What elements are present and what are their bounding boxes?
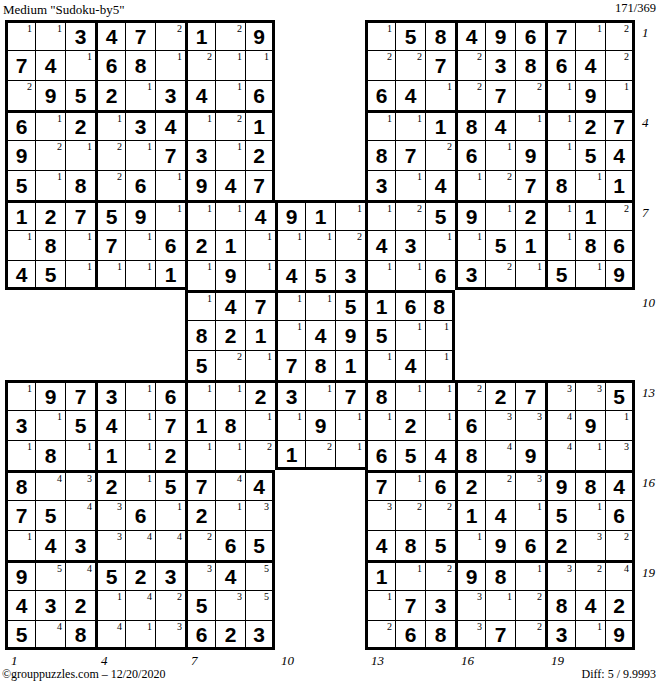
cell-r21c9[interactable]: 3 (245, 620, 275, 650)
cell-r7c17[interactable]: 1 (485, 200, 515, 230)
cell-r13c6[interactable]: 6 (155, 380, 185, 410)
cell-r19c18[interactable]: 1 (515, 560, 545, 590)
cell-r4c4[interactable]: 1 (95, 110, 125, 140)
cell-r6c5[interactable]: 6 (125, 170, 155, 200)
cell-r8c13[interactable]: 4 (365, 230, 395, 260)
cell-r18c18[interactable]: 6 (515, 530, 545, 560)
cell-r15c18[interactable]: 9 (515, 440, 545, 470)
cell-r21c21[interactable]: 9 (605, 620, 635, 650)
cell-r7c5[interactable]: 9 (125, 200, 155, 230)
cell-r12c15[interactable]: 1 (425, 350, 455, 380)
cell-r4c9[interactable]: 1 (245, 110, 275, 140)
cell-r9c19[interactable]: 5 (545, 260, 575, 290)
cell-r19c20[interactable]: 2 (575, 560, 605, 590)
cell-r4c21[interactable]: 7 (605, 110, 635, 140)
cell-r10c15[interactable]: 8 (425, 290, 455, 320)
cell-r16c19[interactable]: 9 (545, 470, 575, 500)
cell-r20c8[interactable]: 3 (215, 590, 245, 620)
cell-r8c16[interactable]: 1 (455, 230, 485, 260)
cell-r11c14[interactable]: 1 (395, 320, 425, 350)
cell-r8c15[interactable]: 1 (425, 230, 455, 260)
cell-r15c7[interactable]: 1 (185, 440, 215, 470)
cell-r6c8[interactable]: 4 (215, 170, 245, 200)
cell-r5c18[interactable]: 9 (515, 140, 545, 170)
cell-r21c6[interactable]: 3 (155, 620, 185, 650)
cell-r2c9[interactable]: 1 (245, 50, 275, 80)
cell-r9c6[interactable]: 1 (155, 260, 185, 290)
cell-r21c8[interactable]: 2 (215, 620, 245, 650)
cell-r9c18[interactable]: 1 (515, 260, 545, 290)
cell-r16c15[interactable]: 6 (425, 470, 455, 500)
cell-r21c13[interactable]: 2 (365, 620, 395, 650)
cell-r7c13[interactable]: 1 (365, 200, 395, 230)
cell-r20c3[interactable]: 2 (65, 590, 95, 620)
cell-r7c8[interactable]: 1 (215, 200, 245, 230)
cell-r9c20[interactable]: 1 (575, 260, 605, 290)
cell-r1c3[interactable]: 3 (65, 20, 95, 50)
cell-r4c15[interactable]: 1 (425, 110, 455, 140)
cell-r18c19[interactable]: 2 (545, 530, 575, 560)
cell-r18c8[interactable]: 6 (215, 530, 245, 560)
cell-r14c11[interactable]: 9 (305, 410, 335, 440)
cell-r18c16[interactable]: 1 (455, 530, 485, 560)
cell-r20c17[interactable]: 1 (485, 590, 515, 620)
cell-r13c18[interactable]: 7 (515, 380, 545, 410)
cell-r16c1[interactable]: 8 (5, 470, 35, 500)
cell-r14c16[interactable]: 6 (455, 410, 485, 440)
cell-r14c7[interactable]: 1 (185, 410, 215, 440)
cell-r8c6[interactable]: 6 (155, 230, 185, 260)
cell-r1c7[interactable]: 1 (185, 20, 215, 50)
cell-r9c10[interactable]: 4 (275, 260, 305, 290)
cell-r3c14[interactable]: 4 (395, 80, 425, 110)
cell-r15c3[interactable]: 1 (65, 440, 95, 470)
cell-r19c6[interactable]: 3 (155, 560, 185, 590)
cell-r19c3[interactable]: 4 (65, 560, 95, 590)
cell-r17c15[interactable]: 2 (425, 500, 455, 530)
cell-r9c7[interactable]: 1 (185, 260, 215, 290)
cell-r20c7[interactable]: 5 (185, 590, 215, 620)
cell-r19c9[interactable]: 5 (245, 560, 275, 590)
cell-r3c15[interactable]: 1 (425, 80, 455, 110)
cell-r9c21[interactable]: 9 (605, 260, 635, 290)
cell-r13c9[interactable]: 2 (245, 380, 275, 410)
cell-r11c11[interactable]: 4 (305, 320, 335, 350)
cell-r18c13[interactable]: 4 (365, 530, 395, 560)
cell-r5c7[interactable]: 3 (185, 140, 215, 170)
cell-r12c8[interactable]: 2 (215, 350, 245, 380)
cell-r1c20[interactable]: 1 (575, 20, 605, 50)
cell-r9c2[interactable]: 5 (35, 260, 65, 290)
cell-r17c16[interactable]: 1 (455, 500, 485, 530)
cell-r4c8[interactable]: 2 (215, 110, 245, 140)
cell-r21c4[interactable]: 4 (95, 620, 125, 650)
cell-r13c15[interactable]: 1 (425, 380, 455, 410)
cell-r6c3[interactable]: 8 (65, 170, 95, 200)
cell-r8c10[interactable]: 1 (275, 230, 305, 260)
cell-r5c19[interactable]: 1 (545, 140, 575, 170)
cell-r14c8[interactable]: 8 (215, 410, 245, 440)
cell-r2c21[interactable]: 2 (605, 50, 635, 80)
cell-r2c13[interactable]: 2 (365, 50, 395, 80)
cell-r17c7[interactable]: 2 (185, 500, 215, 530)
cell-r14c13[interactable]: 1 (365, 410, 395, 440)
cell-r14c3[interactable]: 5 (65, 410, 95, 440)
cell-r8c12[interactable]: 2 (335, 230, 365, 260)
cell-r8c8[interactable]: 1 (215, 230, 245, 260)
cell-r16c7[interactable]: 7 (185, 470, 215, 500)
cell-r21c2[interactable]: 4 (35, 620, 65, 650)
cell-r19c14[interactable]: 1 (395, 560, 425, 590)
cell-r7c3[interactable]: 7 (65, 200, 95, 230)
cell-r10c12[interactable]: 5 (335, 290, 365, 320)
cell-r10c13[interactable]: 1 (365, 290, 395, 320)
cell-r5c4[interactable]: 2 (95, 140, 125, 170)
cell-r14c20[interactable]: 9 (575, 410, 605, 440)
cell-r2c15[interactable]: 7 (425, 50, 455, 80)
cell-r2c14[interactable]: 2 (395, 50, 425, 80)
cell-r4c6[interactable]: 4 (155, 110, 185, 140)
cell-r7c4[interactable]: 5 (95, 200, 125, 230)
cell-r1c4[interactable]: 4 (95, 20, 125, 50)
cell-r21c5[interactable]: 1 (125, 620, 155, 650)
cell-r2c4[interactable]: 6 (95, 50, 125, 80)
cell-r13c17[interactable]: 2 (485, 380, 515, 410)
cell-r18c17[interactable]: 9 (485, 530, 515, 560)
cell-r20c1[interactable]: 4 (5, 590, 35, 620)
cell-r18c14[interactable]: 8 (395, 530, 425, 560)
cell-r8c20[interactable]: 8 (575, 230, 605, 260)
cell-r9c13[interactable]: 1 (365, 260, 395, 290)
cell-r17c8[interactable]: 1 (215, 500, 245, 530)
cell-r7c9[interactable]: 4 (245, 200, 275, 230)
cell-r6c7[interactable]: 9 (185, 170, 215, 200)
cell-r3c4[interactable]: 2 (95, 80, 125, 110)
cell-r2c6[interactable]: 1 (155, 50, 185, 80)
cell-r8c17[interactable]: 5 (485, 230, 515, 260)
cell-r19c5[interactable]: 2 (125, 560, 155, 590)
cell-r12c10[interactable]: 7 (275, 350, 305, 380)
cell-r3c5[interactable]: 1 (125, 80, 155, 110)
cell-r18c4[interactable]: 3 (95, 530, 125, 560)
cell-r1c13[interactable]: 1 (365, 20, 395, 50)
cell-r1c21[interactable]: 2 (605, 20, 635, 50)
cell-r12c9[interactable]: 1 (245, 350, 275, 380)
cell-r19c13[interactable]: 1 (365, 560, 395, 590)
cell-r18c1[interactable]: 1 (5, 530, 35, 560)
cell-r8c11[interactable]: 1 (305, 230, 335, 260)
cell-r3c2[interactable]: 9 (35, 80, 65, 110)
cell-r15c13[interactable]: 6 (365, 440, 395, 470)
cell-r3c17[interactable]: 7 (485, 80, 515, 110)
cell-r9c3[interactable]: 1 (65, 260, 95, 290)
cell-r15c19[interactable]: 4 (545, 440, 575, 470)
cell-r17c14[interactable]: 2 (395, 500, 425, 530)
cell-r6c13[interactable]: 3 (365, 170, 395, 200)
cell-r18c21[interactable]: 2 (605, 530, 635, 560)
cell-r16c14[interactable]: 1 (395, 470, 425, 500)
cell-r3c16[interactable]: 2 (455, 80, 485, 110)
cell-r9c15[interactable]: 6 (425, 260, 455, 290)
cell-r3c6[interactable]: 3 (155, 80, 185, 110)
cell-r6c2[interactable]: 1 (35, 170, 65, 200)
cell-r20c20[interactable]: 4 (575, 590, 605, 620)
cell-r6c16[interactable]: 1 (455, 170, 485, 200)
cell-r7c2[interactable]: 2 (35, 200, 65, 230)
cell-r7c12[interactable]: 1 (335, 200, 365, 230)
cell-r4c17[interactable]: 4 (485, 110, 515, 140)
cell-r13c13[interactable]: 8 (365, 380, 395, 410)
cell-r9c8[interactable]: 9 (215, 260, 245, 290)
cell-r17c13[interactable]: 3 (365, 500, 395, 530)
cell-r5c21[interactable]: 4 (605, 140, 635, 170)
cell-r15c2[interactable]: 8 (35, 440, 65, 470)
cell-r21c7[interactable]: 6 (185, 620, 215, 650)
cell-r20c19[interactable]: 8 (545, 590, 575, 620)
cell-r4c3[interactable]: 2 (65, 110, 95, 140)
cell-r21c1[interactable]: 5 (5, 620, 35, 650)
cell-r1c16[interactable]: 4 (455, 20, 485, 50)
cell-r8c9[interactable]: 1 (245, 230, 275, 260)
cell-r5c5[interactable]: 1 (125, 140, 155, 170)
cell-r9c9[interactable]: 1 (245, 260, 275, 290)
cell-r13c11[interactable]: 1 (305, 380, 335, 410)
cell-r14c6[interactable]: 7 (155, 410, 185, 440)
cell-r2c8[interactable]: 1 (215, 50, 245, 80)
cell-r21c19[interactable]: 3 (545, 620, 575, 650)
cell-r17c19[interactable]: 5 (545, 500, 575, 530)
cell-r5c6[interactable]: 7 (155, 140, 185, 170)
cell-r13c20[interactable]: 3 (575, 380, 605, 410)
cell-r1c8[interactable]: 2 (215, 20, 245, 50)
cell-r17c4[interactable]: 3 (95, 500, 125, 530)
cell-r3c9[interactable]: 6 (245, 80, 275, 110)
cell-r7c20[interactable]: 1 (575, 200, 605, 230)
cell-r16c20[interactable]: 8 (575, 470, 605, 500)
cell-r5c2[interactable]: 2 (35, 140, 65, 170)
cell-r9c12[interactable]: 3 (335, 260, 365, 290)
cell-r15c21[interactable]: 3 (605, 440, 635, 470)
cell-r6c15[interactable]: 4 (425, 170, 455, 200)
cell-r2c5[interactable]: 8 (125, 50, 155, 80)
cell-r4c19[interactable]: 1 (545, 110, 575, 140)
cell-r10c8[interactable]: 4 (215, 290, 245, 320)
cell-r6c1[interactable]: 5 (5, 170, 35, 200)
cell-r3c8[interactable]: 1 (215, 80, 245, 110)
cell-r15c8[interactable]: 1 (215, 440, 245, 470)
cell-r19c8[interactable]: 4 (215, 560, 245, 590)
cell-r11c13[interactable]: 5 (365, 320, 395, 350)
cell-r10c10[interactable]: 1 (275, 290, 305, 320)
cell-r11c12[interactable]: 9 (335, 320, 365, 350)
cell-r6c9[interactable]: 7 (245, 170, 275, 200)
cell-r7c1[interactable]: 1 (5, 200, 35, 230)
cell-r16c17[interactable]: 2 (485, 470, 515, 500)
cell-r6c17[interactable]: 2 (485, 170, 515, 200)
cell-r8c4[interactable]: 7 (95, 230, 125, 260)
cell-r4c2[interactable]: 1 (35, 110, 65, 140)
cell-r18c3[interactable]: 3 (65, 530, 95, 560)
cell-r17c20[interactable]: 1 (575, 500, 605, 530)
cell-r18c6[interactable]: 4 (155, 530, 185, 560)
cell-r14c17[interactable]: 3 (485, 410, 515, 440)
cell-r14c2[interactable]: 1 (35, 410, 65, 440)
cell-r9c16[interactable]: 3 (455, 260, 485, 290)
cell-r20c18[interactable]: 2 (515, 590, 545, 620)
cell-r5c15[interactable]: 2 (425, 140, 455, 170)
cell-r7c19[interactable]: 1 (545, 200, 575, 230)
cell-r18c7[interactable]: 2 (185, 530, 215, 560)
cell-r17c21[interactable]: 6 (605, 500, 635, 530)
cell-r7c15[interactable]: 5 (425, 200, 455, 230)
cell-r4c5[interactable]: 3 (125, 110, 155, 140)
cell-r21c18[interactable]: 2 (515, 620, 545, 650)
cell-r21c20[interactable]: 1 (575, 620, 605, 650)
cell-r16c9[interactable]: 4 (245, 470, 275, 500)
cell-r3c3[interactable]: 5 (65, 80, 95, 110)
cell-r6c14[interactable]: 1 (395, 170, 425, 200)
cell-r16c4[interactable]: 2 (95, 470, 125, 500)
cell-r17c18[interactable]: 1 (515, 500, 545, 530)
cell-r16c5[interactable]: 1 (125, 470, 155, 500)
cell-r3c21[interactable]: 1 (605, 80, 635, 110)
cell-r15c10[interactable]: 1 (275, 440, 305, 470)
cell-r5c13[interactable]: 8 (365, 140, 395, 170)
cell-r19c15[interactable]: 2 (425, 560, 455, 590)
cell-r5c3[interactable]: 1 (65, 140, 95, 170)
cell-r7c16[interactable]: 9 (455, 200, 485, 230)
cell-r2c2[interactable]: 4 (35, 50, 65, 80)
cell-r15c1[interactable]: 1 (5, 440, 35, 470)
cell-r13c3[interactable]: 7 (65, 380, 95, 410)
cell-r13c14[interactable]: 1 (395, 380, 425, 410)
cell-r5c20[interactable]: 5 (575, 140, 605, 170)
cell-r7c10[interactable]: 9 (275, 200, 305, 230)
cell-r20c21[interactable]: 2 (605, 590, 635, 620)
cell-r15c16[interactable]: 8 (455, 440, 485, 470)
cell-r7c21[interactable]: 2 (605, 200, 635, 230)
cell-r4c1[interactable]: 6 (5, 110, 35, 140)
cell-r19c21[interactable]: 4 (605, 560, 635, 590)
cell-r11c9[interactable]: 1 (245, 320, 275, 350)
cell-r11c15[interactable]: 1 (425, 320, 455, 350)
cell-r10c11[interactable]: 1 (305, 290, 335, 320)
cell-r8c1[interactable]: 1 (5, 230, 35, 260)
cell-r19c1[interactable]: 9 (5, 560, 35, 590)
cell-r15c20[interactable]: 1 (575, 440, 605, 470)
cell-r8c7[interactable]: 2 (185, 230, 215, 260)
cell-r7c18[interactable]: 2 (515, 200, 545, 230)
cell-r21c17[interactable]: 7 (485, 620, 515, 650)
cell-r9c11[interactable]: 5 (305, 260, 335, 290)
cell-r15c17[interactable]: 4 (485, 440, 515, 470)
cell-r12c7[interactable]: 5 (185, 350, 215, 380)
cell-r4c20[interactable]: 2 (575, 110, 605, 140)
cell-r16c16[interactable]: 2 (455, 470, 485, 500)
cell-r2c7[interactable]: 2 (185, 50, 215, 80)
cell-r7c6[interactable]: 1 (155, 200, 185, 230)
cell-r20c14[interactable]: 7 (395, 590, 425, 620)
cell-r19c7[interactable]: 3 (185, 560, 215, 590)
cell-r16c21[interactable]: 4 (605, 470, 635, 500)
cell-r19c4[interactable]: 5 (95, 560, 125, 590)
cell-r1c1[interactable]: 1 (5, 20, 35, 50)
cell-r13c19[interactable]: 3 (545, 380, 575, 410)
cell-r1c9[interactable]: 9 (245, 20, 275, 50)
cell-r17c6[interactable]: 1 (155, 500, 185, 530)
cell-r4c14[interactable]: 1 (395, 110, 425, 140)
cell-r4c16[interactable]: 8 (455, 110, 485, 140)
cell-r1c15[interactable]: 8 (425, 20, 455, 50)
cell-r3c20[interactable]: 9 (575, 80, 605, 110)
cell-r14c18[interactable]: 3 (515, 410, 545, 440)
cell-r14c10[interactable]: 1 (275, 410, 305, 440)
cell-r17c1[interactable]: 7 (5, 500, 35, 530)
cell-r8c5[interactable]: 1 (125, 230, 155, 260)
cell-r15c15[interactable]: 4 (425, 440, 455, 470)
cell-r2c3[interactable]: 1 (65, 50, 95, 80)
cell-r13c4[interactable]: 3 (95, 380, 125, 410)
cell-r15c11[interactable]: 2 (305, 440, 335, 470)
cell-r3c13[interactable]: 6 (365, 80, 395, 110)
cell-r10c14[interactable]: 6 (395, 290, 425, 320)
cell-r14c15[interactable]: 1 (425, 410, 455, 440)
cell-r14c21[interactable]: 1 (605, 410, 635, 440)
cell-r2c20[interactable]: 4 (575, 50, 605, 80)
cell-r19c2[interactable]: 5 (35, 560, 65, 590)
cell-r16c18[interactable]: 3 (515, 470, 545, 500)
cell-r1c19[interactable]: 7 (545, 20, 575, 50)
cell-r8c19[interactable]: 1 (545, 230, 575, 260)
cell-r7c14[interactable]: 2 (395, 200, 425, 230)
cell-r4c13[interactable]: 1 (365, 110, 395, 140)
cell-r8c2[interactable]: 8 (35, 230, 65, 260)
cell-r2c18[interactable]: 8 (515, 50, 545, 80)
cell-r2c17[interactable]: 3 (485, 50, 515, 80)
cell-r14c19[interactable]: 4 (545, 410, 575, 440)
cell-r20c5[interactable]: 4 (125, 590, 155, 620)
cell-r5c1[interactable]: 9 (5, 140, 35, 170)
cell-r15c12[interactable]: 1 (335, 440, 365, 470)
cell-r3c7[interactable]: 4 (185, 80, 215, 110)
cell-r20c16[interactable]: 3 (455, 590, 485, 620)
cell-r16c13[interactable]: 7 (365, 470, 395, 500)
cell-r9c4[interactable]: 1 (95, 260, 125, 290)
cell-r18c20[interactable]: 3 (575, 530, 605, 560)
cell-r6c19[interactable]: 8 (545, 170, 575, 200)
cell-r12c13[interactable]: 1 (365, 350, 395, 380)
cell-r16c3[interactable]: 3 (65, 470, 95, 500)
cell-r6c21[interactable]: 1 (605, 170, 635, 200)
cell-r6c4[interactable]: 2 (95, 170, 125, 200)
cell-r20c6[interactable]: 2 (155, 590, 185, 620)
cell-r2c19[interactable]: 6 (545, 50, 575, 80)
cell-r13c16[interactable]: 2 (455, 380, 485, 410)
cell-r9c14[interactable]: 1 (395, 260, 425, 290)
cell-r13c1[interactable]: 1 (5, 380, 35, 410)
cell-r1c6[interactable]: 2 (155, 20, 185, 50)
cell-r3c1[interactable]: 2 (5, 80, 35, 110)
cell-r9c5[interactable]: 1 (125, 260, 155, 290)
cell-r16c2[interactable]: 4 (35, 470, 65, 500)
cell-r21c14[interactable]: 6 (395, 620, 425, 650)
cell-r21c15[interactable]: 8 (425, 620, 455, 650)
cell-r10c7[interactable]: 1 (185, 290, 215, 320)
cell-r20c15[interactable]: 3 (425, 590, 455, 620)
cell-r13c12[interactable]: 7 (335, 380, 365, 410)
cell-r8c18[interactable]: 1 (515, 230, 545, 260)
cell-r1c14[interactable]: 5 (395, 20, 425, 50)
